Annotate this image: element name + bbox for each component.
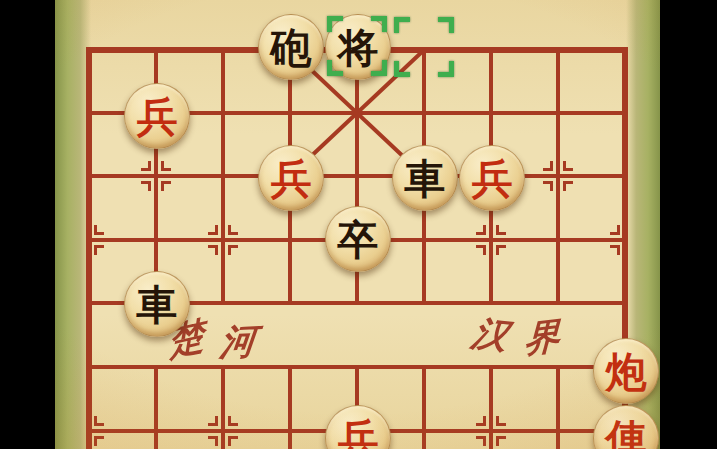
piece-black-chariot[interactable]: 車 <box>124 271 190 337</box>
piece-character: 車 <box>137 285 178 326</box>
piece-character: 砲 <box>271 28 312 69</box>
star-point-marker <box>496 225 506 235</box>
piece-red-soldier[interactable]: 兵 <box>459 145 525 211</box>
star-point-marker <box>161 181 171 191</box>
star-point-marker <box>208 436 218 446</box>
star-point-marker <box>94 245 104 255</box>
piece-character: 炮 <box>606 352 647 393</box>
star-point-marker <box>543 161 553 171</box>
star-point-marker <box>476 225 486 235</box>
left-letterbox <box>0 0 55 449</box>
piece-character: 俥 <box>606 419 647 449</box>
star-point-marker <box>94 416 104 426</box>
river-label-han-jie: 界 <box>523 317 560 358</box>
piece-character: 将 <box>338 28 379 69</box>
star-point-marker <box>228 436 238 446</box>
star-point-marker <box>563 161 573 171</box>
piece-character: 兵 <box>137 97 178 138</box>
piece-character: 兵 <box>472 159 513 200</box>
star-point-marker <box>208 245 218 255</box>
star-point-marker <box>496 416 506 426</box>
star-point-marker <box>228 245 238 255</box>
star-point-marker <box>141 181 151 191</box>
star-point-marker <box>476 245 486 255</box>
river-label-chu-he: 河 <box>218 322 258 360</box>
right-letterbox <box>660 0 717 449</box>
star-point-marker <box>610 245 620 255</box>
star-point-marker <box>543 181 553 191</box>
game-screen: 楚河汉界砲将兵兵車兵卒車炮兵俥 <box>0 0 717 449</box>
piece-red-soldier[interactable]: 兵 <box>124 83 190 149</box>
piece-character: 車 <box>405 159 446 200</box>
piece-black-cannon[interactable]: 砲 <box>258 14 324 80</box>
star-point-marker <box>208 225 218 235</box>
piece-character: 兵 <box>271 159 312 200</box>
piece-black-chariot[interactable]: 車 <box>392 145 458 211</box>
star-point-marker <box>161 161 171 171</box>
star-point-marker <box>228 416 238 426</box>
star-point-marker <box>496 245 506 255</box>
piece-character: 卒 <box>338 220 379 261</box>
star-point-marker <box>610 225 620 235</box>
piece-red-cannon[interactable]: 炮 <box>593 338 659 404</box>
star-point-marker <box>476 416 486 426</box>
piece-black-soldier[interactable]: 卒 <box>325 206 391 272</box>
piece-red-soldier[interactable]: 兵 <box>258 145 324 211</box>
star-point-marker <box>496 436 506 446</box>
star-point-marker <box>141 161 151 171</box>
star-point-marker <box>563 181 573 191</box>
star-point-marker <box>94 436 104 446</box>
star-point-marker <box>94 225 104 235</box>
xiangqi-board[interactable]: 楚河汉界砲将兵兵車兵卒車炮兵俥 <box>0 0 717 449</box>
star-point-marker <box>228 225 238 235</box>
star-point-marker <box>208 416 218 426</box>
star-point-marker <box>476 436 486 446</box>
piece-black-general[interactable]: 将 <box>325 14 391 80</box>
piece-character: 兵 <box>338 419 379 449</box>
